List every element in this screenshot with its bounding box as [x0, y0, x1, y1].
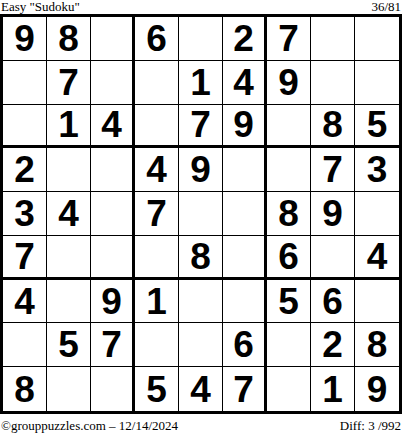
cell-r6c5[interactable]: 8 [179, 236, 223, 280]
cell-r1c9[interactable] [355, 17, 399, 61]
cell-r9c1[interactable]: 8 [3, 367, 47, 411]
cell-r3c1[interactable] [3, 105, 47, 149]
cell-r8c3[interactable]: 7 [91, 323, 135, 367]
cell-r7c9[interactable] [355, 280, 399, 324]
cell-r8c4[interactable] [135, 323, 179, 367]
cell-r7c4[interactable]: 1 [135, 280, 179, 324]
cell-r4c2[interactable] [47, 148, 91, 192]
cell-r8c5[interactable] [179, 323, 223, 367]
cell-r8c9[interactable]: 8 [355, 323, 399, 367]
cell-r4c6[interactable] [223, 148, 267, 192]
cell-r4c7[interactable] [267, 148, 311, 192]
cell-r9c9[interactable]: 9 [355, 367, 399, 411]
cell-r8c6[interactable]: 6 [223, 323, 267, 367]
cell-r6c9[interactable]: 4 [355, 236, 399, 280]
cell-r5c9[interactable] [355, 192, 399, 236]
sudoku-grid: 9862771491479852497334789786449156576288… [0, 14, 402, 414]
cell-r5c8[interactable]: 9 [311, 192, 355, 236]
cell-r1c1[interactable]: 9 [3, 17, 47, 61]
cell-r9c4[interactable]: 5 [135, 367, 179, 411]
cell-r2c5[interactable]: 1 [179, 61, 223, 105]
cell-r4c8[interactable]: 7 [311, 148, 355, 192]
cell-r2c4[interactable] [135, 61, 179, 105]
cell-r8c8[interactable]: 2 [311, 323, 355, 367]
cell-r3c9[interactable]: 5 [355, 105, 399, 149]
cell-r7c7[interactable]: 5 [267, 280, 311, 324]
cell-r9c6[interactable]: 7 [223, 367, 267, 411]
cell-r8c2[interactable]: 5 [47, 323, 91, 367]
header: Easy "Sudoku" 36/81 [0, 0, 402, 14]
cell-r2c2[interactable]: 7 [47, 61, 91, 105]
cell-r3c2[interactable]: 1 [47, 105, 91, 149]
cell-r4c5[interactable]: 9 [179, 148, 223, 192]
cell-r2c8[interactable] [311, 61, 355, 105]
cell-r6c4[interactable] [135, 236, 179, 280]
cell-r3c8[interactable]: 8 [311, 105, 355, 149]
cell-r2c1[interactable] [3, 61, 47, 105]
cell-r5c1[interactable]: 3 [3, 192, 47, 236]
cell-r2c3[interactable] [91, 61, 135, 105]
cell-r1c6[interactable]: 2 [223, 17, 267, 61]
cell-r3c5[interactable]: 7 [179, 105, 223, 149]
cell-r5c6[interactable] [223, 192, 267, 236]
cell-r3c7[interactable] [267, 105, 311, 149]
cell-r8c7[interactable] [267, 323, 311, 367]
cell-r9c8[interactable]: 1 [311, 367, 355, 411]
cell-r1c8[interactable] [311, 17, 355, 61]
difficulty-text: Diff: 3 /992 [340, 419, 401, 433]
cell-r6c6[interactable] [223, 236, 267, 280]
cell-r2c7[interactable]: 9 [267, 61, 311, 105]
cell-r9c5[interactable]: 4 [179, 367, 223, 411]
footer: ©grouppuzzles.com – 12/14/2024 Diff: 3 /… [0, 414, 402, 437]
credit-text: ©grouppuzzles.com – 12/14/2024 [1, 419, 178, 433]
cell-r6c3[interactable] [91, 236, 135, 280]
cell-r5c5[interactable] [179, 192, 223, 236]
cell-r2c6[interactable]: 4 [223, 61, 267, 105]
cell-r7c1[interactable]: 4 [3, 280, 47, 324]
cell-r4c1[interactable]: 2 [3, 148, 47, 192]
cell-r4c4[interactable]: 4 [135, 148, 179, 192]
cell-r3c3[interactable]: 4 [91, 105, 135, 149]
cell-r5c3[interactable] [91, 192, 135, 236]
cell-r1c7[interactable]: 7 [267, 17, 311, 61]
cell-r6c7[interactable]: 6 [267, 236, 311, 280]
cell-r7c3[interactable]: 9 [91, 280, 135, 324]
cell-r6c2[interactable] [47, 236, 91, 280]
cell-r8c1[interactable] [3, 323, 47, 367]
cell-r4c3[interactable] [91, 148, 135, 192]
cell-r6c8[interactable] [311, 236, 355, 280]
puzzle-title: Easy "Sudoku" [1, 0, 80, 13]
sudoku-page: Easy "Sudoku" 36/81 98627714914798524973… [0, 0, 402, 437]
cell-r1c2[interactable]: 8 [47, 17, 91, 61]
cell-r2c9[interactable] [355, 61, 399, 105]
cell-r1c4[interactable]: 6 [135, 17, 179, 61]
cell-r1c5[interactable] [179, 17, 223, 61]
cell-r3c6[interactable]: 9 [223, 105, 267, 149]
cell-r7c8[interactable]: 6 [311, 280, 355, 324]
cell-r7c2[interactable] [47, 280, 91, 324]
cell-r1c3[interactable] [91, 17, 135, 61]
cell-r4c9[interactable]: 3 [355, 148, 399, 192]
cell-r6c1[interactable]: 7 [3, 236, 47, 280]
cell-r9c3[interactable] [91, 367, 135, 411]
cell-r3c4[interactable] [135, 105, 179, 149]
cell-r9c7[interactable] [267, 367, 311, 411]
cell-r5c2[interactable]: 4 [47, 192, 91, 236]
cell-r7c5[interactable] [179, 280, 223, 324]
cell-r5c4[interactable]: 7 [135, 192, 179, 236]
cell-r9c2[interactable] [47, 367, 91, 411]
cell-r7c6[interactable] [223, 280, 267, 324]
cell-r5c7[interactable]: 8 [267, 192, 311, 236]
empty-cell-counter: 36/81 [371, 0, 401, 13]
